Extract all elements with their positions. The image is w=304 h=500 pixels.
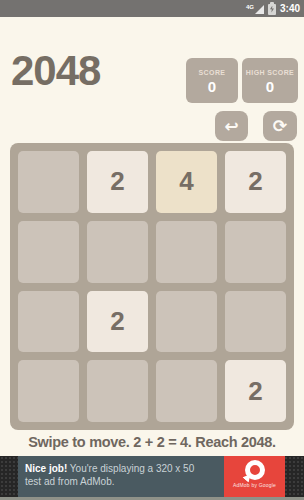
- app-title: 2048: [11, 47, 100, 95]
- hint-text: Swipe to move. 2 + 2 = 4. Reach 2048.: [0, 434, 304, 450]
- network-type-label: 4G: [246, 4, 254, 10]
- ad-text-line2: test ad from AdMob.: [25, 476, 115, 487]
- score-value: 0: [208, 78, 216, 95]
- empty-cell: [18, 360, 79, 422]
- score-box: SCORE 0: [186, 58, 238, 103]
- board[interactable]: 24222: [10, 143, 294, 430]
- empty-cell: [18, 151, 79, 213]
- tile-2: 2: [225, 151, 286, 213]
- empty-cell: [18, 221, 79, 283]
- refresh-icon: ⟳: [273, 118, 287, 135]
- empty-cell: [156, 221, 217, 283]
- restart-button[interactable]: ⟳: [263, 111, 297, 141]
- high-score-box: HIGH SCORE 0: [242, 58, 298, 103]
- status-bar: 4G 3:40: [0, 0, 304, 17]
- empty-cell: [225, 291, 286, 353]
- tile-2: 2: [87, 151, 148, 213]
- high-score-value: 0: [266, 78, 274, 95]
- ad-bold-text: Nice job!: [25, 463, 67, 474]
- empty-cell: [156, 291, 217, 353]
- tile-2: 2: [87, 291, 148, 353]
- empty-cell: [156, 360, 217, 422]
- score-label: SCORE: [199, 69, 226, 76]
- ad-text-panel[interactable]: Nice job! You're displaying a 320 x 50 t…: [18, 456, 224, 497]
- empty-cell: [18, 291, 79, 353]
- status-clock: 3:40: [280, 3, 300, 14]
- ad-banner[interactable]: Nice job! You're displaying a 320 x 50 t…: [0, 456, 304, 497]
- network-indicator: 4G: [246, 3, 264, 14]
- signal-icon: [255, 5, 264, 14]
- empty-cell: [87, 360, 148, 422]
- charging-bolt-icon: [270, 6, 274, 13]
- admob-logo-tile[interactable]: AdMob by Google: [224, 456, 285, 497]
- empty-cell: [87, 221, 148, 283]
- undo-button[interactable]: ↩: [215, 111, 248, 141]
- battery-icon: [268, 4, 276, 15]
- undo-icon: ↩: [224, 118, 238, 135]
- admob-caption: AdMob by Google: [224, 482, 285, 488]
- ad-text-line1: You're displaying a 320 x 50: [67, 463, 194, 474]
- admob-a-icon: [245, 460, 265, 480]
- tile-4: 4: [156, 151, 217, 213]
- empty-cell: [225, 221, 286, 283]
- high-score-label: HIGH SCORE: [246, 69, 294, 76]
- tile-2: 2: [225, 360, 286, 422]
